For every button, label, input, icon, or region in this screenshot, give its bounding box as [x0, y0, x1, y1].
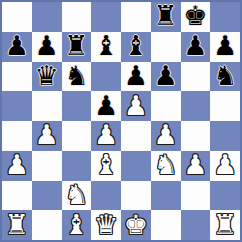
- square-f5[interactable]: [151, 91, 181, 121]
- square-d3[interactable]: ♝: [91, 151, 121, 181]
- square-b8[interactable]: [32, 2, 62, 32]
- square-h8[interactable]: [210, 2, 240, 32]
- square-g6[interactable]: [181, 62, 211, 92]
- square-c6[interactable]: ♞: [62, 62, 92, 92]
- square-a5[interactable]: [2, 91, 32, 121]
- square-a8[interactable]: [2, 2, 32, 32]
- square-h3[interactable]: ♟: [210, 151, 240, 181]
- square-e5[interactable]: ♟: [121, 91, 151, 121]
- square-f8[interactable]: ♜: [151, 2, 181, 32]
- square-f1[interactable]: [151, 210, 181, 240]
- piece-white-rook: ♜: [5, 211, 29, 238]
- square-c4[interactable]: [62, 121, 92, 151]
- piece-black-pawn: ♟: [213, 32, 237, 59]
- square-d1[interactable]: ♛: [91, 210, 121, 240]
- piece-black-pawn: ♟: [124, 62, 148, 89]
- square-d5[interactable]: ♟: [91, 91, 121, 121]
- piece-white-knight: ♞: [154, 151, 178, 178]
- square-g8[interactable]: ♚: [181, 2, 211, 32]
- square-e4[interactable]: [121, 121, 151, 151]
- square-a6[interactable]: [2, 62, 32, 92]
- square-f6[interactable]: ♟: [151, 62, 181, 92]
- square-c3[interactable]: [62, 151, 92, 181]
- piece-white-pawn: ♟: [154, 121, 178, 148]
- piece-white-queen: ♛: [94, 211, 118, 238]
- piece-black-pawn: ♟: [5, 32, 29, 59]
- square-b6[interactable]: ♛: [32, 62, 62, 92]
- square-c8[interactable]: [62, 2, 92, 32]
- piece-white-bishop: ♝: [94, 151, 118, 178]
- square-c2[interactable]: ♞: [62, 181, 92, 211]
- piece-black-bishop: ♝: [124, 32, 148, 59]
- square-b7[interactable]: ♟: [32, 32, 62, 62]
- square-g1[interactable]: [181, 210, 211, 240]
- square-f3[interactable]: ♞: [151, 151, 181, 181]
- piece-white-pawn: ♟: [183, 151, 207, 178]
- piece-black-rook: ♜: [64, 32, 88, 59]
- piece-black-king: ♚: [183, 2, 207, 29]
- square-d8[interactable]: [91, 2, 121, 32]
- square-h6[interactable]: ♞: [210, 62, 240, 92]
- square-f4[interactable]: ♟: [151, 121, 181, 151]
- square-g3[interactable]: ♟: [181, 151, 211, 181]
- square-g7[interactable]: ♟: [181, 32, 211, 62]
- square-a2[interactable]: [2, 181, 32, 211]
- square-a3[interactable]: ♟: [2, 151, 32, 181]
- square-e7[interactable]: ♝: [121, 32, 151, 62]
- piece-white-rook: ♜: [213, 211, 237, 238]
- square-h5[interactable]: [210, 91, 240, 121]
- piece-black-queen: ♛: [35, 62, 59, 89]
- square-g5[interactable]: [181, 91, 211, 121]
- square-f2[interactable]: [151, 181, 181, 211]
- square-h7[interactable]: ♟: [210, 32, 240, 62]
- piece-white-pawn: ♟: [35, 121, 59, 148]
- square-c1[interactable]: ♝: [62, 210, 92, 240]
- square-d7[interactable]: ♝: [91, 32, 121, 62]
- piece-white-pawn: ♟: [213, 151, 237, 178]
- square-d4[interactable]: ♟: [91, 121, 121, 151]
- piece-black-pawn: ♟: [35, 32, 59, 59]
- square-b1[interactable]: [32, 210, 62, 240]
- square-e6[interactable]: ♟: [121, 62, 151, 92]
- piece-black-pawn: ♟: [94, 92, 118, 119]
- square-c5[interactable]: [62, 91, 92, 121]
- square-b2[interactable]: [32, 181, 62, 211]
- piece-white-king: ♚: [124, 211, 148, 238]
- square-a1[interactable]: ♜: [2, 210, 32, 240]
- piece-black-pawn: ♟: [154, 62, 178, 89]
- piece-white-bishop: ♝: [64, 211, 88, 238]
- square-h4[interactable]: [210, 121, 240, 151]
- piece-white-pawn: ♟: [124, 92, 148, 119]
- square-e3[interactable]: [121, 151, 151, 181]
- square-e1[interactable]: ♚: [121, 210, 151, 240]
- piece-white-pawn: ♟: [94, 121, 118, 148]
- square-a7[interactable]: ♟: [2, 32, 32, 62]
- square-d2[interactable]: [91, 181, 121, 211]
- square-b4[interactable]: ♟: [32, 121, 62, 151]
- piece-black-pawn: ♟: [183, 32, 207, 59]
- square-h1[interactable]: ♜: [210, 210, 240, 240]
- square-f7[interactable]: [151, 32, 181, 62]
- square-h2[interactable]: [210, 181, 240, 211]
- square-c7[interactable]: ♜: [62, 32, 92, 62]
- square-e8[interactable]: [121, 2, 151, 32]
- piece-black-knight: ♞: [64, 62, 88, 89]
- piece-black-bishop: ♝: [94, 32, 118, 59]
- square-e2[interactable]: [121, 181, 151, 211]
- chess-board: ♜♚♟♟♜♝♝♟♟♛♞♟♟♞♟♟♟♟♟♟♝♞♟♟♞♜♝♛♚♜: [0, 0, 242, 242]
- piece-white-pawn: ♟: [5, 151, 29, 178]
- square-a4[interactable]: [2, 121, 32, 151]
- piece-black-rook: ♜: [154, 2, 178, 29]
- square-g2[interactable]: [181, 181, 211, 211]
- piece-white-knight: ♞: [64, 181, 88, 208]
- square-b3[interactable]: [32, 151, 62, 181]
- square-b5[interactable]: [32, 91, 62, 121]
- square-d6[interactable]: [91, 62, 121, 92]
- piece-black-knight: ♞: [213, 62, 237, 89]
- square-g4[interactable]: [181, 121, 211, 151]
